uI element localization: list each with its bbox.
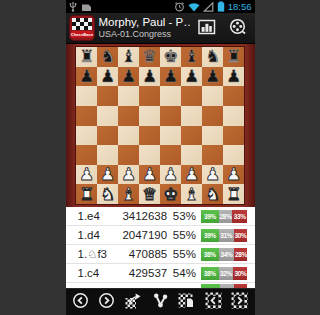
black-piece: ♟	[163, 68, 178, 85]
square[interactable]: ♟	[160, 67, 181, 87]
result-bar: 38%34%28%	[201, 248, 248, 261]
square[interactable]	[139, 145, 160, 165]
white-pct-segment: 38%	[201, 248, 219, 261]
square[interactable]: ♛	[139, 184, 160, 204]
signal-icon	[203, 0, 214, 16]
square[interactable]	[181, 126, 202, 146]
square[interactable]: ♜	[223, 47, 244, 67]
square[interactable]	[97, 145, 118, 165]
title-bar: ChessBase Morphy, Paul - P… USA-01.Congr…	[66, 13, 255, 44]
move-stat-row[interactable]: 1.c442953754%38%32%30%	[66, 264, 255, 283]
black-piece: ♝	[184, 48, 199, 65]
chess-board: ♜♞♝♛♚♝♞♜♟♟♟♟♟♟♟♟♟♟♟♟♟♟♟♟♜♞♝♛♚♝♞♜	[76, 47, 244, 204]
square[interactable]	[202, 106, 223, 126]
statistics-button[interactable]	[194, 15, 221, 42]
square[interactable]	[97, 86, 118, 106]
score-percent: 55%	[167, 248, 196, 260]
draw-pct-segment: 32%	[219, 267, 234, 280]
square[interactable]	[160, 86, 181, 106]
black-piece: ♟	[184, 68, 199, 85]
black-piece: ♟	[142, 68, 157, 85]
status-icons-right: 18:56	[174, 0, 252, 16]
square[interactable]	[139, 106, 160, 126]
board-arrow-icon	[125, 292, 142, 312]
variations-button[interactable]	[148, 290, 172, 314]
variation-tree-icon	[152, 292, 169, 312]
square[interactable]: ♟	[202, 165, 223, 185]
move-stat-row[interactable]: 1.e4341263853%39%28%33%	[66, 207, 255, 226]
chessbase-app-screen: 18:56 ChessBase Morphy, Paul - P… USA-01…	[66, 0, 255, 315]
white-piece: ♟	[142, 166, 157, 183]
move-label: 1.e4	[78, 210, 119, 222]
result-bar: 39%31%30%	[201, 229, 248, 242]
usb-icon	[69, 0, 77, 16]
game-header: Morphy, Paul - P… USA-01.Congress	[99, 16, 190, 40]
white-piece: ♟	[100, 166, 115, 183]
white-piece: ♟	[121, 166, 136, 183]
black-piece: ♞	[100, 48, 115, 65]
square[interactable]: ♟	[139, 67, 160, 87]
games-count: 429537	[119, 267, 167, 279]
square[interactable]: ♞	[202, 47, 223, 67]
board-document-icon	[178, 292, 195, 312]
square[interactable]: ♟	[202, 67, 223, 87]
square[interactable]: ♞	[202, 184, 223, 204]
square[interactable]	[139, 126, 160, 146]
black-pct-segment: 33%	[232, 210, 247, 223]
white-piece: ♚	[163, 186, 178, 203]
black-pct-segment: 30%	[234, 229, 248, 242]
white-piece: ♟	[226, 166, 241, 183]
black-piece: ♜	[226, 48, 241, 65]
draw-pct-segment: 31%	[219, 229, 233, 242]
circle-right-arrow-icon	[98, 292, 115, 312]
board-right-chevron-icon	[231, 292, 248, 312]
square[interactable]	[223, 86, 244, 106]
white-piece: ♟	[79, 166, 94, 183]
game-list-button[interactable]	[175, 290, 199, 314]
square[interactable]: ♝	[181, 47, 202, 67]
square[interactable]: ♟	[139, 165, 160, 185]
status-bar: 18:56	[66, 0, 255, 13]
square[interactable]	[118, 106, 139, 126]
square[interactable]: ♟	[181, 67, 202, 87]
square[interactable]: ♟	[223, 67, 244, 87]
square[interactable]: ♟	[76, 67, 97, 87]
circle-left-arrow-icon	[72, 292, 89, 312]
white-piece: ♞	[100, 186, 115, 203]
prev-game-button[interactable]	[201, 290, 225, 314]
white-pct-segment: 39%	[201, 229, 219, 242]
black-piece: ♟	[226, 68, 241, 85]
square[interactable]	[76, 145, 97, 165]
square[interactable]: ♟	[223, 165, 244, 185]
draw-pct-segment: 28%	[219, 210, 232, 223]
next-move-button[interactable]	[95, 290, 119, 314]
wifi-icon	[188, 0, 200, 16]
square[interactable]	[202, 145, 223, 165]
square[interactable]: ♜	[76, 184, 97, 204]
square[interactable]	[76, 126, 97, 146]
games-count: 470885	[119, 248, 167, 260]
square[interactable]	[160, 106, 181, 126]
board-frame: ♜♞♝♛♚♝♞♜♟♟♟♟♟♟♟♟♟♟♟♟♟♟♟♟♜♞♝♛♚♝♞♜	[66, 44, 255, 207]
move-label: 1.♘f3	[78, 247, 119, 261]
games-count: 2047190	[119, 229, 167, 241]
square[interactable]	[181, 106, 202, 126]
white-piece: ♞	[205, 186, 220, 203]
square[interactable]: ♟	[118, 67, 139, 87]
score-percent: 53%	[167, 210, 196, 222]
square[interactable]	[118, 145, 139, 165]
square[interactable]: ♟	[97, 67, 118, 87]
white-piece: ♟	[205, 166, 220, 183]
flip-board-button[interactable]	[121, 290, 145, 314]
square[interactable]	[223, 106, 244, 126]
square[interactable]: ♟	[76, 165, 97, 185]
next-game-button[interactable]	[228, 290, 252, 314]
white-pct-segment: 39%	[201, 210, 219, 223]
white-piece: ♛	[142, 186, 157, 203]
storage-icon	[81, 0, 92, 16]
square[interactable]: ♟	[160, 165, 181, 185]
black-piece: ♟	[121, 68, 136, 85]
square[interactable]: ♝	[118, 47, 139, 67]
white-piece: ♟	[184, 166, 199, 183]
app-icon-label: ChessBase	[70, 32, 93, 37]
square[interactable]: ♟	[118, 165, 139, 185]
square[interactable]	[118, 86, 139, 106]
white-piece: ♝	[121, 186, 136, 203]
square[interactable]: ♟	[181, 165, 202, 185]
square[interactable]	[202, 126, 223, 146]
move-stat-row[interactable]: 1.♘f347088555%38%34%28%	[66, 245, 255, 264]
alarm-icon	[174, 0, 185, 16]
move-label: 1.d4	[78, 229, 119, 241]
black-piece: ♛	[142, 48, 157, 65]
black-piece: ♞	[205, 48, 220, 65]
square[interactable]	[181, 86, 202, 106]
black-piece: ♚	[163, 48, 178, 65]
square[interactable]: ♜	[76, 47, 97, 67]
chessbase-app-icon[interactable]: ChessBase	[69, 15, 95, 41]
white-pct-segment: 38%	[201, 267, 219, 280]
black-piece: ♟	[79, 68, 94, 85]
square[interactable]	[181, 145, 202, 165]
game-title: Morphy, Paul - P…	[99, 16, 190, 29]
prev-move-button[interactable]	[68, 290, 92, 314]
square[interactable]: ♛	[139, 47, 160, 67]
square[interactable]: ♟	[97, 165, 118, 185]
score-percent: 54%	[167, 267, 196, 279]
square[interactable]	[160, 126, 181, 146]
square[interactable]: ♚	[160, 47, 181, 67]
result-bar: 39%28%33%	[201, 210, 248, 223]
square[interactable]	[97, 106, 118, 126]
square[interactable]	[223, 145, 244, 165]
square[interactable]: ♞	[97, 47, 118, 67]
result-bar: 38%32%30%	[201, 267, 248, 280]
status-icons-left	[69, 0, 92, 16]
white-piece: ♜	[79, 186, 94, 203]
black-piece: ♟	[205, 68, 220, 85]
square[interactable]: ♞	[97, 184, 118, 204]
bar-chart-icon	[198, 19, 216, 38]
white-pct-segment	[201, 284, 221, 288]
square[interactable]	[97, 126, 118, 146]
bottom-toolbar	[66, 288, 255, 315]
black-piece: ♝	[121, 48, 136, 65]
game-subtitle: USA-01.Congress	[99, 29, 190, 39]
black-piece: ♜	[79, 48, 94, 65]
black-pct-segment	[234, 284, 248, 288]
black-pct-segment: 28%	[234, 248, 247, 261]
square[interactable]	[139, 86, 160, 106]
square[interactable]: ♝	[118, 184, 139, 204]
reel-icon	[229, 18, 247, 39]
move-stat-row[interactable]: 1.d4204719055%39%31%30%	[66, 226, 255, 245]
black-pct-segment: 30%	[233, 267, 247, 280]
score-percent: 55%	[167, 229, 196, 241]
square[interactable]	[160, 145, 181, 165]
white-piece: ♝	[184, 186, 199, 203]
clock-time: 18:56	[228, 0, 252, 13]
live-games-button[interactable]	[225, 15, 252, 42]
move-label: 1.c4	[78, 267, 119, 279]
square[interactable]: ♚	[160, 184, 181, 204]
square[interactable]	[202, 86, 223, 106]
square[interactable]	[118, 126, 139, 146]
battery-icon	[217, 0, 225, 16]
white-piece: ♟	[163, 166, 178, 183]
black-piece: ♟	[100, 68, 115, 85]
square[interactable]	[76, 106, 97, 126]
square[interactable]	[76, 86, 97, 106]
result-bar	[201, 284, 248, 288]
draw-pct-segment	[220, 284, 233, 288]
square[interactable]: ♝	[181, 184, 202, 204]
opening-stats-panel: 1.e4341263853%39%28%33%1.d4204719055%39%…	[66, 207, 255, 288]
square[interactable]	[223, 126, 244, 146]
games-count: 3412638	[119, 210, 167, 222]
white-piece: ♜	[226, 186, 241, 203]
board-left-chevron-icon	[205, 292, 222, 312]
square[interactable]: ♜	[223, 184, 244, 204]
draw-pct-segment: 34%	[219, 248, 235, 261]
